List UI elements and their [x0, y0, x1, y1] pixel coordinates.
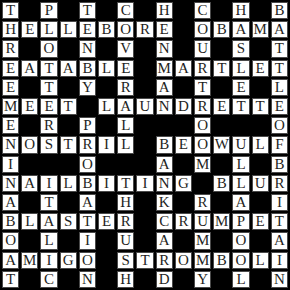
- cell-r8c15[interactable]: F: [271, 136, 288, 153]
- cell-r2c10: [175, 21, 192, 38]
- cell-r11c10: [175, 194, 192, 211]
- cell-r8c2[interactable]: O: [21, 136, 38, 153]
- cell-r4c7[interactable]: E: [117, 60, 134, 77]
- cell-r14c15[interactable]: I: [271, 252, 288, 269]
- cell-r4c12[interactable]: T: [213, 60, 230, 77]
- cell-r10c9[interactable]: N: [156, 175, 173, 192]
- cell-r10c13[interactable]: L: [232, 175, 249, 192]
- crossword-grid: TPTCHCHBHELLEBOREOBAMARONVNUSTEATABLEMAR…: [0, 0, 290, 290]
- cell-r13c14: [252, 232, 269, 249]
- cell-r6c1[interactable]: M: [2, 98, 19, 115]
- cell-r15c15[interactable]: N: [271, 271, 288, 288]
- cell-r3c7[interactable]: V: [117, 40, 134, 57]
- cell-r11c4: [60, 194, 77, 211]
- cell-r3c14: [252, 40, 269, 57]
- cell-r11c9[interactable]: K: [156, 194, 173, 211]
- cell-r13c4: [60, 232, 77, 249]
- cell-r4c2[interactable]: A: [21, 60, 38, 77]
- cell-r1c13[interactable]: H: [232, 2, 249, 19]
- cell-r15c12: [213, 271, 230, 288]
- cell-r11c15[interactable]: I: [271, 194, 288, 211]
- cell-r14c14[interactable]: L: [252, 252, 269, 269]
- cell-r12c15[interactable]: T: [271, 213, 288, 230]
- cell-r8c10[interactable]: E: [175, 136, 192, 153]
- cell-r9c15[interactable]: B: [271, 156, 288, 173]
- cell-r10c3[interactable]: I: [40, 175, 57, 192]
- cell-r8c8: [136, 136, 153, 153]
- cell-r14c13[interactable]: O: [232, 252, 249, 269]
- cell-r4c15[interactable]: T: [271, 60, 288, 77]
- cell-r1c6: [98, 2, 115, 19]
- cell-r15c9[interactable]: D: [156, 271, 173, 288]
- cell-r7c7[interactable]: L: [117, 117, 134, 134]
- cell-r7c4: [60, 117, 77, 134]
- cell-r11c11[interactable]: R: [194, 194, 211, 211]
- cell-r7c5[interactable]: P: [79, 117, 96, 134]
- cell-r10c15[interactable]: R: [271, 175, 288, 192]
- cell-r12c10[interactable]: R: [175, 213, 192, 230]
- cell-r3c10: [175, 40, 192, 57]
- cell-r1c11[interactable]: C: [194, 2, 211, 19]
- cell-r12c5[interactable]: T: [79, 213, 96, 230]
- cell-r5c10: [175, 79, 192, 96]
- cell-r3c3[interactable]: O: [40, 40, 57, 57]
- cell-r7c13: [232, 117, 249, 134]
- cell-r5c11[interactable]: T: [194, 79, 211, 96]
- cell-r2c7[interactable]: O: [117, 21, 134, 38]
- cell-r4c6[interactable]: L: [98, 60, 115, 77]
- cell-r9c13[interactable]: L: [232, 156, 249, 173]
- cell-r3c5[interactable]: N: [79, 40, 96, 57]
- cell-r6c11[interactable]: R: [194, 98, 211, 115]
- cell-r6c5: [79, 98, 96, 115]
- cell-r5c8: [136, 79, 153, 96]
- cell-r4c3[interactable]: T: [40, 60, 57, 77]
- cell-r9c5[interactable]: O: [79, 156, 96, 173]
- cell-r2c12[interactable]: B: [213, 21, 230, 38]
- cell-r9c4: [60, 156, 77, 173]
- cell-r1c12: [213, 2, 230, 19]
- cell-r9c12: [213, 156, 230, 173]
- cell-r3c6: [98, 40, 115, 57]
- cell-r15c4: [60, 271, 77, 288]
- cell-r3c4: [60, 40, 77, 57]
- cell-r9c6: [98, 156, 115, 173]
- cell-r2c4[interactable]: L: [60, 21, 77, 38]
- cell-r2c9[interactable]: E: [156, 21, 173, 38]
- cell-r14c1[interactable]: A: [2, 252, 19, 269]
- cell-r13c11[interactable]: M: [194, 232, 211, 249]
- cell-r10c4[interactable]: L: [60, 175, 77, 192]
- cell-r10c11: [194, 175, 211, 192]
- cell-r6c8[interactable]: U: [136, 98, 153, 115]
- cell-r7c2: [21, 117, 38, 134]
- cell-r1c2: [21, 2, 38, 19]
- cell-r7c1[interactable]: E: [2, 117, 19, 134]
- cell-r11c3[interactable]: T: [40, 194, 57, 211]
- cell-r6c15[interactable]: E: [271, 98, 288, 115]
- cell-r2c2[interactable]: E: [21, 21, 38, 38]
- cell-r11c7[interactable]: H: [117, 194, 134, 211]
- cell-r5c2: [21, 79, 38, 96]
- cell-r15c6: [98, 271, 115, 288]
- cell-r2c13[interactable]: A: [232, 21, 249, 38]
- cell-r2c1[interactable]: H: [2, 21, 19, 38]
- cell-r13c1[interactable]: O: [2, 232, 19, 249]
- cell-r3c8: [136, 40, 153, 57]
- cell-r14c2[interactable]: M: [21, 252, 38, 269]
- cell-r4c4[interactable]: A: [60, 60, 77, 77]
- cell-r1c1[interactable]: T: [2, 2, 19, 19]
- cell-r1c8: [136, 2, 153, 19]
- cell-r8c6[interactable]: I: [98, 136, 115, 153]
- cell-r13c7[interactable]: U: [117, 232, 134, 249]
- cell-r2c3[interactable]: L: [40, 21, 57, 38]
- cell-r14c6: [98, 252, 115, 269]
- cell-r7c15[interactable]: O: [271, 117, 288, 134]
- cell-r12c2[interactable]: L: [21, 213, 38, 230]
- cell-r9c9[interactable]: A: [156, 156, 173, 173]
- cell-r12c6[interactable]: E: [98, 213, 115, 230]
- cell-r8c7[interactable]: L: [117, 136, 134, 153]
- cell-r5c12: [213, 79, 230, 96]
- cell-r13c5[interactable]: I: [79, 232, 96, 249]
- cell-r4c1[interactable]: E: [2, 60, 19, 77]
- cell-r6c6[interactable]: L: [98, 98, 115, 115]
- cell-r10c10[interactable]: G: [175, 175, 192, 192]
- cell-r5c5[interactable]: Y: [79, 79, 96, 96]
- cell-r5c13[interactable]: E: [232, 79, 249, 96]
- cell-r11c1[interactable]: A: [2, 194, 19, 211]
- cell-r15c7[interactable]: H: [117, 271, 134, 288]
- cell-r14c7[interactable]: S: [117, 252, 134, 269]
- cell-r13c6: [98, 232, 115, 249]
- cell-r1c9[interactable]: H: [156, 2, 173, 19]
- cell-r8c13[interactable]: U: [232, 136, 249, 153]
- cell-r4c13[interactable]: L: [232, 60, 249, 77]
- cell-r4c9[interactable]: M: [156, 60, 173, 77]
- cell-r15c3[interactable]: C: [40, 271, 57, 288]
- cell-r14c11[interactable]: M: [194, 252, 211, 269]
- cell-r15c8: [136, 271, 153, 288]
- cell-r15c11[interactable]: Y: [194, 271, 211, 288]
- cell-r1c15[interactable]: B: [271, 2, 288, 19]
- cell-r6c7[interactable]: A: [117, 98, 134, 115]
- cell-r8c3[interactable]: S: [40, 136, 57, 153]
- cell-r13c8: [136, 232, 153, 249]
- cell-r12c13[interactable]: P: [232, 213, 249, 230]
- cell-r8c11[interactable]: O: [194, 136, 211, 153]
- cell-r7c8: [136, 117, 153, 134]
- cell-r7c11[interactable]: O: [194, 117, 211, 134]
- cell-r15c10: [175, 271, 192, 288]
- cell-r14c8[interactable]: T: [136, 252, 153, 269]
- cell-r13c10: [175, 232, 192, 249]
- cell-r7c6: [98, 117, 115, 134]
- cell-r12c3[interactable]: A: [40, 213, 57, 230]
- cell-r5c9[interactable]: A: [156, 79, 173, 96]
- cell-r10c2[interactable]: A: [21, 175, 38, 192]
- cell-r8c1[interactable]: N: [2, 136, 19, 153]
- cell-r8c4[interactable]: T: [60, 136, 77, 153]
- cell-r3c11[interactable]: U: [194, 40, 211, 57]
- cell-r5c7[interactable]: R: [117, 79, 134, 96]
- cell-r1c10: [175, 2, 192, 19]
- cell-r12c12[interactable]: M: [213, 213, 230, 230]
- cell-r8c12[interactable]: W: [213, 136, 230, 153]
- cell-r7c9: [156, 117, 173, 134]
- cell-r9c7: [117, 156, 134, 173]
- cell-r11c14: [252, 194, 269, 211]
- cell-r11c8: [136, 194, 153, 211]
- cell-r6c12[interactable]: E: [213, 98, 230, 115]
- cell-r4c11[interactable]: R: [194, 60, 211, 77]
- cell-r12c8: [136, 213, 153, 230]
- cell-r9c1[interactable]: I: [2, 156, 19, 173]
- cell-r13c2: [21, 232, 38, 249]
- cell-r3c2: [21, 40, 38, 57]
- cell-r9c3: [40, 156, 57, 173]
- cell-r3c9[interactable]: N: [156, 40, 173, 57]
- cell-r13c13[interactable]: O: [232, 232, 249, 249]
- cell-r2c8[interactable]: R: [136, 21, 153, 38]
- cell-r3c1[interactable]: R: [2, 40, 19, 57]
- cell-r10c7[interactable]: T: [117, 175, 134, 192]
- cell-r5c15[interactable]: L: [271, 79, 288, 96]
- cell-r11c6: [98, 194, 115, 211]
- cell-r15c13[interactable]: L: [232, 271, 249, 288]
- cell-r11c13[interactable]: A: [232, 194, 249, 211]
- cell-r4c14[interactable]: E: [252, 60, 269, 77]
- cell-r14c12[interactable]: B: [213, 252, 230, 269]
- cell-r15c2: [21, 271, 38, 288]
- cell-r12c1[interactable]: B: [2, 213, 19, 230]
- cell-r11c5[interactable]: A: [79, 194, 96, 211]
- cell-r2c5[interactable]: E: [79, 21, 96, 38]
- cell-r1c14: [252, 2, 269, 19]
- cell-r7c12: [213, 117, 230, 134]
- cell-r14c5[interactable]: O: [79, 252, 96, 269]
- cell-r9c8: [136, 156, 153, 173]
- cell-r14c4[interactable]: G: [60, 252, 77, 269]
- cell-r6c9[interactable]: N: [156, 98, 173, 115]
- cell-r5c4: [60, 79, 77, 96]
- cell-r8c5[interactable]: R: [79, 136, 96, 153]
- cell-r5c6: [98, 79, 115, 96]
- cell-r12c4[interactable]: S: [60, 213, 77, 230]
- cell-r10c14[interactable]: U: [252, 175, 269, 192]
- cell-r13c9[interactable]: A: [156, 232, 173, 249]
- cell-r4c8: [136, 60, 153, 77]
- cell-r6c4[interactable]: T: [60, 98, 77, 115]
- cell-r9c2: [21, 156, 38, 173]
- cell-r3c15[interactable]: T: [271, 40, 288, 57]
- cell-r14c3[interactable]: I: [40, 252, 57, 269]
- cell-r10c1[interactable]: N: [2, 175, 19, 192]
- cell-r1c4: [60, 2, 77, 19]
- cell-r15c1[interactable]: T: [2, 271, 19, 288]
- cell-r8c14[interactable]: L: [252, 136, 269, 153]
- cell-r3c13[interactable]: S: [232, 40, 249, 57]
- cell-r6c3[interactable]: E: [40, 98, 57, 115]
- cell-r2c6[interactable]: B: [98, 21, 115, 38]
- cell-r15c5[interactable]: N: [79, 271, 96, 288]
- cell-r6c13[interactable]: T: [232, 98, 249, 115]
- cell-r4c10[interactable]: A: [175, 60, 192, 77]
- cell-r9c14: [252, 156, 269, 173]
- cell-r13c15[interactable]: A: [271, 232, 288, 249]
- cell-r1c5[interactable]: T: [79, 2, 96, 19]
- cell-r5c14: [252, 79, 269, 96]
- cell-r11c2: [21, 194, 38, 211]
- cell-r10c8[interactable]: I: [136, 175, 153, 192]
- cell-r9c10: [175, 156, 192, 173]
- cell-r10c6[interactable]: I: [98, 175, 115, 192]
- cell-r10c12[interactable]: B: [213, 175, 230, 192]
- cell-r10c5[interactable]: B: [79, 175, 96, 192]
- cell-r11c12: [213, 194, 230, 211]
- cell-r13c3[interactable]: L: [40, 232, 57, 249]
- cell-r6c14[interactable]: T: [252, 98, 269, 115]
- cell-r13c12: [213, 232, 230, 249]
- cell-r2c15[interactable]: A: [271, 21, 288, 38]
- cell-r12c9[interactable]: C: [156, 213, 173, 230]
- cell-r7c3[interactable]: R: [40, 117, 57, 134]
- cell-r1c3[interactable]: P: [40, 2, 57, 19]
- cell-r2c11[interactable]: O: [194, 21, 211, 38]
- cell-r14c10[interactable]: O: [175, 252, 192, 269]
- cell-r2c14[interactable]: M: [252, 21, 269, 38]
- cell-r1c7[interactable]: C: [117, 2, 134, 19]
- cell-r7c14: [252, 117, 269, 134]
- cell-r6c10[interactable]: D: [175, 98, 192, 115]
- cell-r4c5[interactable]: B: [79, 60, 96, 77]
- cell-r15c14: [252, 271, 269, 288]
- cell-r5c1[interactable]: E: [2, 79, 19, 96]
- cell-r7c10: [175, 117, 192, 134]
- cell-r8c9[interactable]: B: [156, 136, 173, 153]
- cell-r12c7[interactable]: R: [117, 213, 134, 230]
- cell-r14c9[interactable]: R: [156, 252, 173, 269]
- cell-r9c11[interactable]: M: [194, 156, 211, 173]
- cell-r12c14[interactable]: E: [252, 213, 269, 230]
- cell-r6c2[interactable]: E: [21, 98, 38, 115]
- cell-r12c11[interactable]: U: [194, 213, 211, 230]
- cell-r5c3[interactable]: T: [40, 79, 57, 96]
- cell-r3c12: [213, 40, 230, 57]
